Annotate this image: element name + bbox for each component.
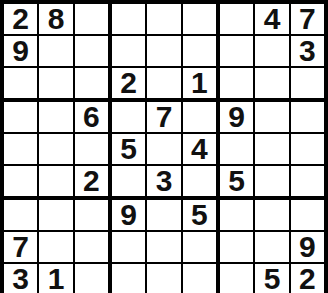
cell-r2c3[interactable] xyxy=(75,36,108,66)
cell-r5c3[interactable] xyxy=(75,134,108,164)
cell-r9c2: 1 xyxy=(39,264,72,293)
cell-r4c5: 7 xyxy=(147,102,180,132)
box-6: 95 xyxy=(220,102,324,196)
cell-r4c2[interactable] xyxy=(39,102,72,132)
cell-r3c3[interactable] xyxy=(75,68,108,98)
cell-r1c8: 4 xyxy=(255,4,288,34)
cell-r7c4: 9 xyxy=(112,200,145,230)
cell-r8c4[interactable] xyxy=(112,232,145,262)
cell-r7c2[interactable] xyxy=(39,200,72,230)
cell-r1c6[interactable] xyxy=(183,4,216,34)
cell-r6c3: 2 xyxy=(75,166,108,196)
cell-r8c2[interactable] xyxy=(39,232,72,262)
cell-r5c4: 5 xyxy=(112,134,145,164)
cell-r6c7: 5 xyxy=(220,166,253,196)
cell-r7c6: 5 xyxy=(183,200,216,230)
cell-r7c1[interactable] xyxy=(4,200,37,230)
cell-r8c7[interactable] xyxy=(220,232,253,262)
cell-r7c8[interactable] xyxy=(255,200,288,230)
cell-r2c8[interactable] xyxy=(255,36,288,66)
box-3: 473 xyxy=(220,4,324,98)
cell-r2c9: 3 xyxy=(291,36,324,66)
cell-r8c3[interactable] xyxy=(75,232,108,262)
cell-r3c5[interactable] xyxy=(147,68,180,98)
box-1: 289 xyxy=(4,4,108,98)
cell-r6c1[interactable] xyxy=(4,166,37,196)
cell-r6c5: 3 xyxy=(147,166,180,196)
cell-r8c8[interactable] xyxy=(255,232,288,262)
cell-r3c6: 1 xyxy=(183,68,216,98)
box-7: 731 xyxy=(4,200,108,293)
cell-r1c4[interactable] xyxy=(112,4,145,34)
cell-r5c1[interactable] xyxy=(4,134,37,164)
box-5: 7543 xyxy=(112,102,216,196)
cell-r5c6: 4 xyxy=(183,134,216,164)
cell-r7c9[interactable] xyxy=(291,200,324,230)
box-9: 952 xyxy=(220,200,324,293)
cell-r3c1[interactable] xyxy=(4,68,37,98)
cell-r9c8: 5 xyxy=(255,264,288,293)
cell-r6c4[interactable] xyxy=(112,166,145,196)
cell-r4c6[interactable] xyxy=(183,102,216,132)
cell-r1c2: 8 xyxy=(39,4,72,34)
cell-r2c4[interactable] xyxy=(112,36,145,66)
cell-r9c9: 2 xyxy=(291,264,324,293)
cell-r6c8[interactable] xyxy=(255,166,288,196)
cell-r8c5[interactable] xyxy=(147,232,180,262)
cell-r1c1: 2 xyxy=(4,4,37,34)
cell-r8c1: 7 xyxy=(4,232,37,262)
cell-r7c7[interactable] xyxy=(220,200,253,230)
cell-r8c6[interactable] xyxy=(183,232,216,262)
box-4: 62 xyxy=(4,102,108,196)
cell-r2c6[interactable] xyxy=(183,36,216,66)
cell-r9c1: 3 xyxy=(4,264,37,293)
cell-r4c9[interactable] xyxy=(291,102,324,132)
cell-r6c2[interactable] xyxy=(39,166,72,196)
cell-r9c5[interactable] xyxy=(147,264,180,293)
cell-r9c3[interactable] xyxy=(75,264,108,293)
cell-r4c8[interactable] xyxy=(255,102,288,132)
cell-r4c1[interactable] xyxy=(4,102,37,132)
cell-r9c6[interactable] xyxy=(183,264,216,293)
cell-r4c4[interactable] xyxy=(112,102,145,132)
cell-r1c9: 7 xyxy=(291,4,324,34)
cell-r2c7[interactable] xyxy=(220,36,253,66)
cell-r9c4[interactable] xyxy=(112,264,145,293)
cell-r1c7[interactable] xyxy=(220,4,253,34)
cell-r2c2[interactable] xyxy=(39,36,72,66)
cell-r5c8[interactable] xyxy=(255,134,288,164)
cell-r6c6[interactable] xyxy=(183,166,216,196)
cell-r7c3[interactable] xyxy=(75,200,108,230)
cell-r1c3[interactable] xyxy=(75,4,108,34)
cell-r3c7[interactable] xyxy=(220,68,253,98)
box-8: 95 xyxy=(112,200,216,293)
cell-r4c7: 9 xyxy=(220,102,253,132)
cell-r4c3: 6 xyxy=(75,102,108,132)
cell-r7c5[interactable] xyxy=(147,200,180,230)
cell-r5c2[interactable] xyxy=(39,134,72,164)
cell-r3c4: 2 xyxy=(112,68,145,98)
cell-r3c2[interactable] xyxy=(39,68,72,98)
cell-r3c8[interactable] xyxy=(255,68,288,98)
cell-r5c7[interactable] xyxy=(220,134,253,164)
cell-r5c9[interactable] xyxy=(291,134,324,164)
sudoku-board: 289214736275439573195952 xyxy=(0,0,328,293)
box-2: 21 xyxy=(112,4,216,98)
cell-r9c7[interactable] xyxy=(220,264,253,293)
cell-r1c5[interactable] xyxy=(147,4,180,34)
cell-r2c1: 9 xyxy=(4,36,37,66)
cell-r5c5[interactable] xyxy=(147,134,180,164)
cell-r8c9: 9 xyxy=(291,232,324,262)
cell-r2c5[interactable] xyxy=(147,36,180,66)
cell-r6c9[interactable] xyxy=(291,166,324,196)
cell-r3c9[interactable] xyxy=(291,68,324,98)
